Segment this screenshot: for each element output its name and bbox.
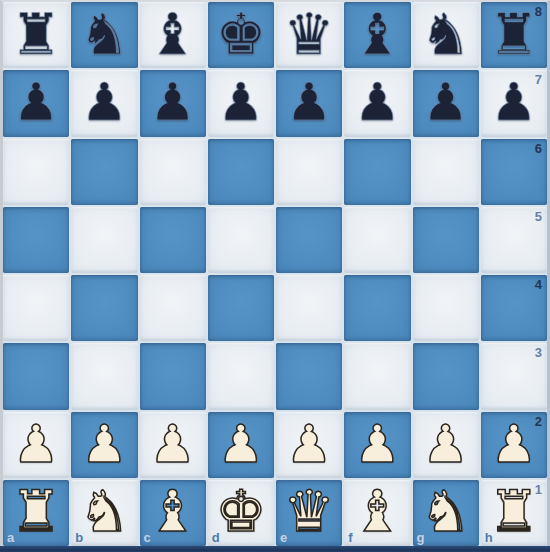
square-d1[interactable]: ♚d — [208, 480, 274, 546]
square-b2[interactable]: ♟ — [71, 412, 137, 478]
black-rook[interactable]: ♜ — [11, 6, 62, 63]
square-h2[interactable]: ♟2 — [481, 412, 547, 478]
square-e1[interactable]: ♛e — [276, 480, 342, 546]
white-rook[interactable]: ♜ — [488, 483, 539, 540]
square-g1[interactable]: ♞g — [413, 480, 479, 546]
square-f3[interactable] — [344, 343, 410, 409]
square-a3[interactable] — [3, 343, 69, 409]
black-pawn[interactable]: ♟ — [13, 76, 60, 128]
white-pawn[interactable]: ♟ — [354, 418, 401, 470]
board-bottom-edge — [0, 546, 550, 552]
black-pawn[interactable]: ♟ — [286, 76, 333, 128]
square-f6[interactable] — [344, 139, 410, 205]
square-g2[interactable]: ♟ — [413, 412, 479, 478]
black-knight[interactable]: ♞ — [79, 6, 130, 63]
square-e7[interactable]: ♟ — [276, 70, 342, 136]
rank-label-5: 5 — [535, 210, 542, 223]
square-e5[interactable] — [276, 207, 342, 273]
square-h4[interactable]: 4 — [481, 275, 547, 341]
square-c7[interactable]: ♟ — [140, 70, 206, 136]
square-a4[interactable] — [3, 275, 69, 341]
square-f7[interactable]: ♟ — [344, 70, 410, 136]
black-knight[interactable]: ♞ — [420, 6, 471, 63]
square-a1[interactable]: ♜a — [3, 480, 69, 546]
white-rook[interactable]: ♜ — [11, 483, 62, 540]
square-d5[interactable] — [208, 207, 274, 273]
square-a5[interactable] — [3, 207, 69, 273]
square-a6[interactable] — [3, 139, 69, 205]
black-pawn[interactable]: ♟ — [149, 76, 196, 128]
square-e3[interactable] — [276, 343, 342, 409]
square-f5[interactable] — [344, 207, 410, 273]
white-bishop[interactable]: ♝ — [147, 483, 198, 540]
square-c4[interactable] — [140, 275, 206, 341]
white-bishop[interactable]: ♝ — [352, 483, 403, 540]
square-e4[interactable] — [276, 275, 342, 341]
white-pawn[interactable]: ♟ — [491, 418, 538, 470]
square-b1[interactable]: ♞b — [71, 480, 137, 546]
square-c8[interactable]: ♝ — [140, 2, 206, 68]
square-e2[interactable]: ♟ — [276, 412, 342, 478]
square-f8[interactable]: ♝ — [344, 2, 410, 68]
square-c1[interactable]: ♝c — [140, 480, 206, 546]
square-e6[interactable] — [276, 139, 342, 205]
square-g8[interactable]: ♞ — [413, 2, 479, 68]
white-queen[interactable]: ♛ — [284, 483, 335, 540]
rank-label-4: 4 — [535, 278, 542, 291]
square-c6[interactable] — [140, 139, 206, 205]
black-pawn[interactable]: ♟ — [218, 76, 265, 128]
square-g4[interactable] — [413, 275, 479, 341]
square-a8[interactable]: ♜ — [3, 2, 69, 68]
chess-board: ♜♞♝♚♛♝♞♜8♟♟♟♟♟♟♟♟76543♟♟♟♟♟♟♟♟2♜a♞b♝c♚d♛… — [0, 0, 550, 552]
square-e8[interactable]: ♛ — [276, 2, 342, 68]
square-d4[interactable] — [208, 275, 274, 341]
square-h8[interactable]: ♜8 — [481, 2, 547, 68]
black-bishop[interactable]: ♝ — [352, 6, 403, 63]
square-b5[interactable] — [71, 207, 137, 273]
square-d6[interactable] — [208, 139, 274, 205]
square-g3[interactable] — [413, 343, 479, 409]
black-king[interactable]: ♚ — [215, 6, 266, 63]
white-pawn[interactable]: ♟ — [218, 418, 265, 470]
square-b8[interactable]: ♞ — [71, 2, 137, 68]
square-h3[interactable]: 3 — [481, 343, 547, 409]
white-knight[interactable]: ♞ — [420, 483, 471, 540]
square-f4[interactable] — [344, 275, 410, 341]
square-a2[interactable]: ♟ — [3, 412, 69, 478]
square-g5[interactable] — [413, 207, 479, 273]
square-b4[interactable] — [71, 275, 137, 341]
square-d2[interactable]: ♟ — [208, 412, 274, 478]
square-b3[interactable] — [71, 343, 137, 409]
black-pawn[interactable]: ♟ — [81, 76, 128, 128]
board-squares-grid: ♜♞♝♚♛♝♞♜8♟♟♟♟♟♟♟♟76543♟♟♟♟♟♟♟♟2♜a♞b♝c♚d♛… — [3, 2, 547, 546]
square-h5[interactable]: 5 — [481, 207, 547, 273]
square-g7[interactable]: ♟ — [413, 70, 479, 136]
rank-label-3: 3 — [535, 346, 542, 359]
black-pawn[interactable]: ♟ — [422, 76, 469, 128]
square-d7[interactable]: ♟ — [208, 70, 274, 136]
square-f1[interactable]: ♝f — [344, 480, 410, 546]
square-h1[interactable]: ♜1h — [481, 480, 547, 546]
white-knight[interactable]: ♞ — [79, 483, 130, 540]
black-pawn[interactable]: ♟ — [354, 76, 401, 128]
square-a7[interactable]: ♟ — [3, 70, 69, 136]
black-rook[interactable]: ♜ — [488, 6, 539, 63]
white-pawn[interactable]: ♟ — [286, 418, 333, 470]
square-c3[interactable] — [140, 343, 206, 409]
square-d3[interactable] — [208, 343, 274, 409]
square-b6[interactable] — [71, 139, 137, 205]
square-f2[interactable]: ♟ — [344, 412, 410, 478]
square-g6[interactable] — [413, 139, 479, 205]
white-pawn[interactable]: ♟ — [149, 418, 196, 470]
black-pawn[interactable]: ♟ — [491, 76, 538, 128]
square-b7[interactable]: ♟ — [71, 70, 137, 136]
chess-app-window: ♜♞♝♚♛♝♞♜8♟♟♟♟♟♟♟♟76543♟♟♟♟♟♟♟♟2♜a♞b♝c♚d♛… — [0, 0, 550, 552]
square-h6[interactable]: 6 — [481, 139, 547, 205]
square-c5[interactable] — [140, 207, 206, 273]
rank-label-6: 6 — [535, 142, 542, 155]
white-pawn[interactable]: ♟ — [422, 418, 469, 470]
square-d8[interactable]: ♚ — [208, 2, 274, 68]
white-king[interactable]: ♚ — [215, 483, 266, 540]
black-queen[interactable]: ♛ — [284, 6, 335, 63]
square-h7[interactable]: ♟7 — [481, 70, 547, 136]
black-bishop[interactable]: ♝ — [147, 6, 198, 63]
white-pawn[interactable]: ♟ — [13, 418, 60, 470]
white-pawn[interactable]: ♟ — [81, 418, 128, 470]
square-c2[interactable]: ♟ — [140, 412, 206, 478]
